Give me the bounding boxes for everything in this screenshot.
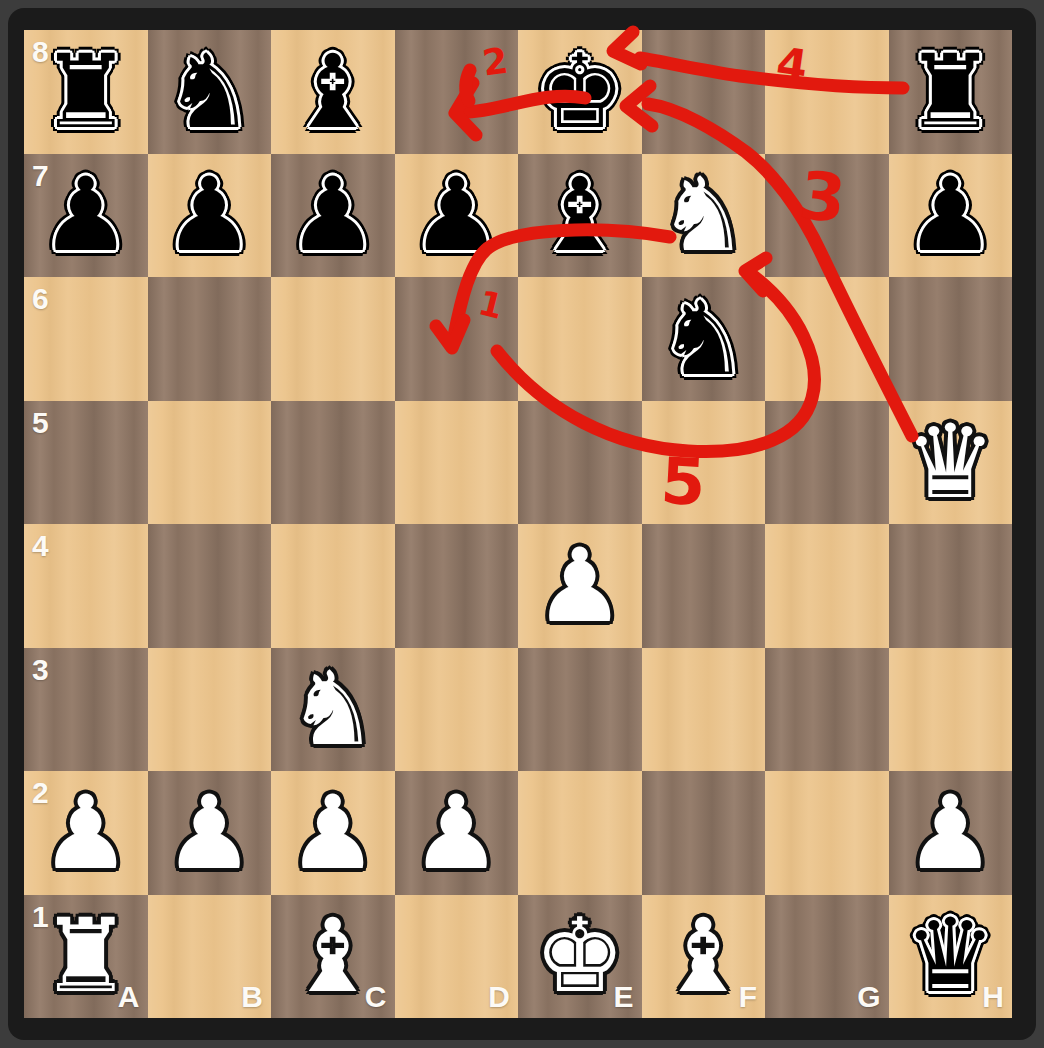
- square-a2[interactable]: 2♟: [24, 771, 148, 895]
- rank-label-5: 5: [32, 406, 49, 440]
- square-g1[interactable]: G: [765, 895, 889, 1019]
- black-pawn-c7[interactable]: ♟: [271, 154, 395, 278]
- black-pawn-h7[interactable]: ♟: [889, 154, 1013, 278]
- rank-label-3: 3: [32, 653, 49, 687]
- square-c7[interactable]: ♟: [271, 154, 395, 278]
- file-label-g: G: [857, 980, 880, 1014]
- square-g6[interactable]: [765, 277, 889, 401]
- square-b3[interactable]: [148, 648, 272, 772]
- white-rook-a1[interactable]: ♜: [24, 895, 148, 1019]
- square-b6[interactable]: [148, 277, 272, 401]
- square-e4[interactable]: ♟: [518, 524, 642, 648]
- square-d7[interactable]: ♟: [395, 154, 519, 278]
- square-g8[interactable]: [765, 30, 889, 154]
- square-e7[interactable]: ♝: [518, 154, 642, 278]
- black-bishop-c8[interactable]: ♝: [271, 30, 395, 154]
- square-f2[interactable]: [642, 771, 766, 895]
- square-h1[interactable]: H♛: [889, 895, 1013, 1019]
- black-rook-h8[interactable]: ♜: [889, 30, 1013, 154]
- rank-label-6: 6: [32, 282, 49, 316]
- square-d5[interactable]: [395, 401, 519, 525]
- square-f8[interactable]: [642, 30, 766, 154]
- black-knight-f6[interactable]: ♞: [642, 277, 766, 401]
- square-h4[interactable]: [889, 524, 1013, 648]
- square-d3[interactable]: [395, 648, 519, 772]
- board: 8♜♞♝♚♜7♟♟♟♟♝♞♟6♞5♛4♟3♞2♟♟♟♟♟1A♜BC♝DE♚F♝G…: [24, 30, 1012, 1018]
- square-g3[interactable]: [765, 648, 889, 772]
- square-c1[interactable]: C♝: [271, 895, 395, 1019]
- square-d8[interactable]: [395, 30, 519, 154]
- square-b5[interactable]: [148, 401, 272, 525]
- file-label-d: D: [488, 980, 510, 1014]
- square-e5[interactable]: [518, 401, 642, 525]
- square-h5[interactable]: ♛: [889, 401, 1013, 525]
- square-c2[interactable]: ♟: [271, 771, 395, 895]
- white-king-e1[interactable]: ♚: [518, 895, 642, 1019]
- square-d6[interactable]: [395, 277, 519, 401]
- black-pawn-d7[interactable]: ♟: [395, 154, 519, 278]
- square-c8[interactable]: ♝: [271, 30, 395, 154]
- square-b2[interactable]: ♟: [148, 771, 272, 895]
- square-a1[interactable]: 1A♜: [24, 895, 148, 1019]
- white-bishop-c1[interactable]: ♝: [271, 895, 395, 1019]
- square-h6[interactable]: [889, 277, 1013, 401]
- square-a5[interactable]: 5: [24, 401, 148, 525]
- white-queen-h5[interactable]: ♛: [889, 401, 1013, 525]
- square-f5[interactable]: [642, 401, 766, 525]
- square-d2[interactable]: ♟: [395, 771, 519, 895]
- black-pawn-b7[interactable]: ♟: [148, 154, 272, 278]
- rank-label-4: 4: [32, 529, 49, 563]
- square-b4[interactable]: [148, 524, 272, 648]
- white-pawn-a2[interactable]: ♟: [24, 771, 148, 895]
- black-rook-a8[interactable]: ♜: [24, 30, 148, 154]
- square-e6[interactable]: [518, 277, 642, 401]
- square-f1[interactable]: F♝: [642, 895, 766, 1019]
- square-c4[interactable]: [271, 524, 395, 648]
- black-knight-b8[interactable]: ♞: [148, 30, 272, 154]
- black-queen-h1[interactable]: ♛: [889, 895, 1013, 1019]
- square-c3[interactable]: ♞: [271, 648, 395, 772]
- square-a8[interactable]: 8♜: [24, 30, 148, 154]
- square-f3[interactable]: [642, 648, 766, 772]
- square-d1[interactable]: D: [395, 895, 519, 1019]
- file-label-b: B: [241, 980, 263, 1014]
- square-b1[interactable]: B: [148, 895, 272, 1019]
- square-h7[interactable]: ♟: [889, 154, 1013, 278]
- square-a6[interactable]: 6: [24, 277, 148, 401]
- square-b8[interactable]: ♞: [148, 30, 272, 154]
- square-d4[interactable]: [395, 524, 519, 648]
- white-knight-f7[interactable]: ♞: [642, 154, 766, 278]
- square-g2[interactable]: [765, 771, 889, 895]
- black-bishop-e7[interactable]: ♝: [518, 154, 642, 278]
- square-h3[interactable]: [889, 648, 1013, 772]
- square-c5[interactable]: [271, 401, 395, 525]
- white-pawn-d2[interactable]: ♟: [395, 771, 519, 895]
- square-f4[interactable]: [642, 524, 766, 648]
- square-a3[interactable]: 3: [24, 648, 148, 772]
- black-king-e8[interactable]: ♚: [518, 30, 642, 154]
- square-g7[interactable]: [765, 154, 889, 278]
- square-f7[interactable]: ♞: [642, 154, 766, 278]
- white-bishop-f1[interactable]: ♝: [642, 895, 766, 1019]
- square-g5[interactable]: [765, 401, 889, 525]
- square-b7[interactable]: ♟: [148, 154, 272, 278]
- square-e2[interactable]: [518, 771, 642, 895]
- square-e1[interactable]: E♚: [518, 895, 642, 1019]
- square-a7[interactable]: 7♟: [24, 154, 148, 278]
- square-c6[interactable]: [271, 277, 395, 401]
- square-e3[interactable]: [518, 648, 642, 772]
- white-pawn-e4[interactable]: ♟: [518, 524, 642, 648]
- square-h8[interactable]: ♜: [889, 30, 1013, 154]
- white-pawn-b2[interactable]: ♟: [148, 771, 272, 895]
- square-a4[interactable]: 4: [24, 524, 148, 648]
- black-pawn-a7[interactable]: ♟: [24, 154, 148, 278]
- square-f6[interactable]: ♞: [642, 277, 766, 401]
- white-pawn-h2[interactable]: ♟: [889, 771, 1013, 895]
- square-g4[interactable]: [765, 524, 889, 648]
- white-pawn-c2[interactable]: ♟: [271, 771, 395, 895]
- square-h2[interactable]: ♟: [889, 771, 1013, 895]
- square-e8[interactable]: ♚: [518, 30, 642, 154]
- white-knight-c3[interactable]: ♞: [271, 648, 395, 772]
